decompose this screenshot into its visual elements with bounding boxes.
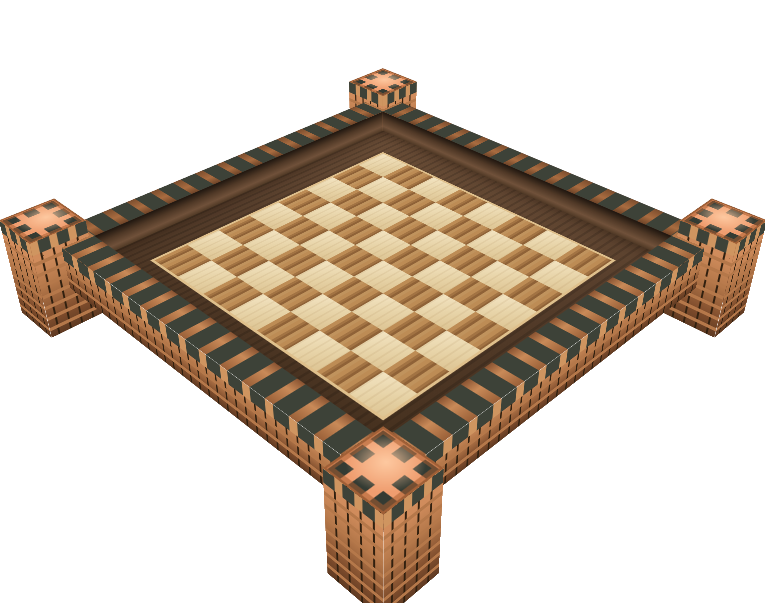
square-g1[interactable] xyxy=(316,350,383,393)
square-d3[interactable] xyxy=(295,260,354,293)
square-g5[interactable] xyxy=(442,276,502,311)
square-d1[interactable] xyxy=(229,293,290,330)
square-h4[interactable] xyxy=(446,311,509,350)
square-c1[interactable] xyxy=(203,276,263,311)
square-d2[interactable] xyxy=(263,276,323,311)
square-f3[interactable] xyxy=(352,293,413,330)
square-g6[interactable] xyxy=(470,260,529,293)
square-f4[interactable] xyxy=(383,276,443,311)
square-e4[interactable] xyxy=(353,260,412,293)
square-f1[interactable] xyxy=(285,330,350,371)
square-g2[interactable] xyxy=(350,330,415,371)
corner-tower-near xyxy=(324,468,441,558)
square-c2[interactable] xyxy=(236,260,295,293)
square-h6[interactable] xyxy=(502,276,562,311)
square-h7[interactable] xyxy=(529,260,588,293)
square-h5[interactable] xyxy=(475,293,536,330)
square-h1[interactable] xyxy=(348,371,416,417)
square-h3[interactable] xyxy=(415,330,480,371)
square-e3[interactable] xyxy=(323,276,383,311)
square-h2[interactable] xyxy=(383,350,450,393)
photo-background: Empty walnut and maple chess board in a … xyxy=(0,0,765,603)
square-b1[interactable] xyxy=(178,260,237,293)
square-e2[interactable] xyxy=(290,293,351,330)
square-f2[interactable] xyxy=(319,311,382,350)
square-f5[interactable] xyxy=(412,260,471,293)
square-g3[interactable] xyxy=(383,311,446,350)
square-e1[interactable] xyxy=(256,311,319,350)
perspective-scene xyxy=(0,0,765,603)
castle-chess-board xyxy=(50,113,715,511)
square-g4[interactable] xyxy=(413,293,474,330)
